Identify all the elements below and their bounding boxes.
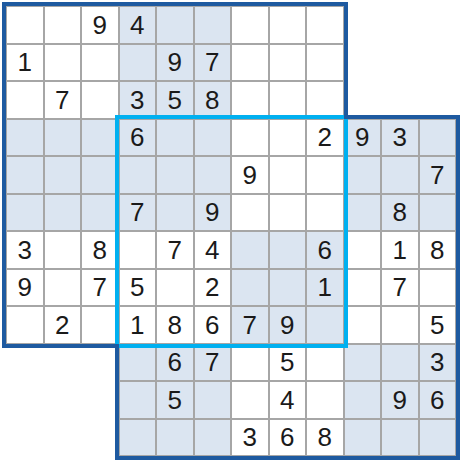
outside-area [344,6,382,44]
cell-r7c8[interactable] [269,231,307,269]
cell-r3c3[interactable] [81,81,119,119]
grid2-border-right [456,115,460,461]
cell-r9c11[interactable] [381,306,419,344]
cell-r12c4[interactable] [119,419,157,457]
cell-r9c10[interactable] [344,306,382,344]
cell-r9c2[interactable]: 2 [44,306,82,344]
cell-r10c12[interactable]: 3 [419,344,457,382]
cell-r7c7[interactable] [231,231,269,269]
cell-r3c7[interactable] [231,81,269,119]
cell-r8c4[interactable]: 5 [119,269,157,307]
cell-r4c12[interactable] [419,119,457,157]
cell-r12c9[interactable]: 8 [306,419,344,457]
cell-r6c6[interactable]: 9 [194,194,232,232]
cell-r6c8[interactable] [269,194,307,232]
cell-r2c3[interactable] [81,44,119,82]
outside-area [6,419,44,457]
cell-r9c3[interactable] [81,306,119,344]
outside-area [419,44,457,82]
outside-area [44,381,82,419]
cell-r10c4[interactable] [119,344,157,382]
cell-r7c5[interactable]: 7 [156,231,194,269]
cell-r4c7[interactable] [231,119,269,157]
cell-r4c4[interactable]: 6 [119,119,157,157]
cell-r1c3[interactable]: 9 [81,6,119,44]
cell-r1c8[interactable] [269,6,307,44]
cell-r6c5[interactable] [156,194,194,232]
cell-r11c5[interactable]: 5 [156,381,194,419]
cell-r5c2[interactable] [44,156,82,194]
cell-r3c5[interactable]: 5 [156,81,194,119]
cell-r9c4[interactable]: 1 [119,306,157,344]
cell-r2c6[interactable]: 7 [194,44,232,82]
cell-r4c5[interactable] [156,119,194,157]
cell-r5c12[interactable]: 7 [419,156,457,194]
outside-area [81,381,119,419]
cell-r10c9[interactable] [306,344,344,382]
cell-r5c10[interactable] [344,156,382,194]
grid2-border-left-lower [115,344,119,461]
cell-r9c6[interactable]: 6 [194,306,232,344]
cell-r7c6[interactable]: 4 [194,231,232,269]
cell-r1c5[interactable] [156,6,194,44]
outside-area [419,81,457,119]
cell-r5c5[interactable] [156,156,194,194]
cell-r11c12[interactable]: 6 [419,381,457,419]
cell-r5c9[interactable] [306,156,344,194]
grid1-border-left [2,2,6,348]
cell-r3c4[interactable]: 3 [119,81,157,119]
cell-r5c3[interactable] [81,156,119,194]
cell-r7c10[interactable] [344,231,382,269]
cell-r7c9[interactable]: 6 [306,231,344,269]
outside-area [6,344,44,382]
cell-r1c7[interactable] [231,6,269,44]
cell-r5c8[interactable] [269,156,307,194]
cell-r2c7[interactable] [231,44,269,82]
grid1-border-right-upper [344,2,348,119]
cell-r6c2[interactable] [44,194,82,232]
cell-r7c1[interactable]: 3 [6,231,44,269]
cell-r8c3[interactable]: 7 [81,269,119,307]
outside-area [44,419,82,457]
cell-r1c6[interactable] [194,6,232,44]
outside-area [381,6,419,44]
cell-r11c9[interactable] [306,381,344,419]
cell-r9c12[interactable]: 5 [419,306,457,344]
cell-r8c12[interactable] [419,269,457,307]
overlap-border-top [115,115,348,119]
cell-r12c5[interactable] [156,419,194,457]
cell-r12c12[interactable] [419,419,457,457]
cell-r9c7[interactable]: 7 [231,306,269,344]
cell-r3c1[interactable] [6,81,44,119]
cell-r3c8[interactable] [269,81,307,119]
cell-r4c2[interactable] [44,119,82,157]
cell-r10c7[interactable] [231,344,269,382]
cell-r7c2[interactable] [44,231,82,269]
cell-r6c7[interactable] [231,194,269,232]
outside-area [44,344,82,382]
cell-r10c11[interactable] [381,344,419,382]
cell-r6c3[interactable] [81,194,119,232]
sudoku-board: 9419773586293977983874618975217218679567… [6,6,456,456]
overlap-border-right [344,115,348,348]
grid1-border-top [2,2,348,6]
cell-r8c7[interactable] [231,269,269,307]
cell-r5c7[interactable]: 9 [231,156,269,194]
cell-r11c7[interactable] [231,381,269,419]
cell-r4c6[interactable] [194,119,232,157]
cell-r9c1[interactable] [6,306,44,344]
cell-r6c1[interactable] [6,194,44,232]
cell-r2c1[interactable]: 1 [6,44,44,82]
cell-r3c9[interactable] [306,81,344,119]
cell-r2c9[interactable] [306,44,344,82]
cell-r12c11[interactable] [381,419,419,457]
cell-r3c2[interactable]: 7 [44,81,82,119]
cell-r1c9[interactable] [306,6,344,44]
cell-r4c9[interactable]: 2 [306,119,344,157]
cell-r6c11[interactable]: 8 [381,194,419,232]
cell-r10c6[interactable]: 7 [194,344,232,382]
cell-r9c5[interactable]: 8 [156,306,194,344]
grid2-border-bottom [115,456,461,460]
cell-r11c4[interactable] [119,381,157,419]
cell-r8c5[interactable] [156,269,194,307]
cell-r10c8[interactable]: 5 [269,344,307,382]
cell-r8c6[interactable]: 2 [194,269,232,307]
sudoku-board-wrapper: 9419773586293977983874618975217218679567… [0,0,463,475]
cell-r1c1[interactable] [6,6,44,44]
outside-area [381,44,419,82]
cell-r11c6[interactable] [194,381,232,419]
cell-r4c11[interactable]: 3 [381,119,419,157]
cell-r7c11[interactable]: 1 [381,231,419,269]
outside-area [344,81,382,119]
cell-r5c4[interactable] [119,156,157,194]
cell-r8c11[interactable]: 7 [381,269,419,307]
cell-r4c3[interactable] [81,119,119,157]
cell-r4c1[interactable] [6,119,44,157]
cell-r2c8[interactable] [269,44,307,82]
cell-r11c10[interactable] [344,381,382,419]
cell-r9c8[interactable]: 9 [269,306,307,344]
cell-r12c8[interactable]: 6 [269,419,307,457]
outside-area [81,344,119,382]
cell-r5c1[interactable] [6,156,44,194]
cell-r10c10[interactable] [344,344,382,382]
cell-r6c12[interactable] [419,194,457,232]
cell-r12c6[interactable] [194,419,232,457]
cell-r1c2[interactable] [44,6,82,44]
puzzle-screenshot: 9419773586293977983874618975217218679567… [0,0,463,475]
cell-r10c5[interactable]: 6 [156,344,194,382]
outside-area [81,419,119,457]
cell-r5c11[interactable] [381,156,419,194]
cell-r8c10[interactable] [344,269,382,307]
overlap-border-bottom [115,344,348,348]
cell-r6c4[interactable]: 7 [119,194,157,232]
outside-area [419,6,457,44]
cell-r4c10[interactable]: 9 [344,119,382,157]
cell-r2c2[interactable] [44,44,82,82]
cell-r7c3[interactable]: 8 [81,231,119,269]
cell-r4c8[interactable] [269,119,307,157]
cell-r2c4[interactable] [119,44,157,82]
cell-r8c8[interactable] [269,269,307,307]
grid1-border-bottom [2,344,119,348]
overlap-border-left [115,115,119,348]
cell-r11c8[interactable]: 4 [269,381,307,419]
cell-r6c10[interactable] [344,194,382,232]
cell-r8c9[interactable]: 1 [306,269,344,307]
cell-r2c5[interactable]: 9 [156,44,194,82]
cell-r1c4[interactable]: 4 [119,6,157,44]
grid2-border-top [344,115,461,119]
cell-r8c1[interactable]: 9 [6,269,44,307]
cell-r5c6[interactable] [194,156,232,194]
cell-r7c12[interactable]: 8 [419,231,457,269]
cell-r12c10[interactable] [344,419,382,457]
cell-r6c9[interactable] [306,194,344,232]
cell-r7c4[interactable] [119,231,157,269]
cell-r3c6[interactable]: 8 [194,81,232,119]
cell-r12c7[interactable]: 3 [231,419,269,457]
cell-r8c2[interactable] [44,269,82,307]
cell-r11c11[interactable]: 9 [381,381,419,419]
outside-area [381,81,419,119]
outside-area [6,381,44,419]
outside-area [344,44,382,82]
cell-r9c9[interactable] [306,306,344,344]
